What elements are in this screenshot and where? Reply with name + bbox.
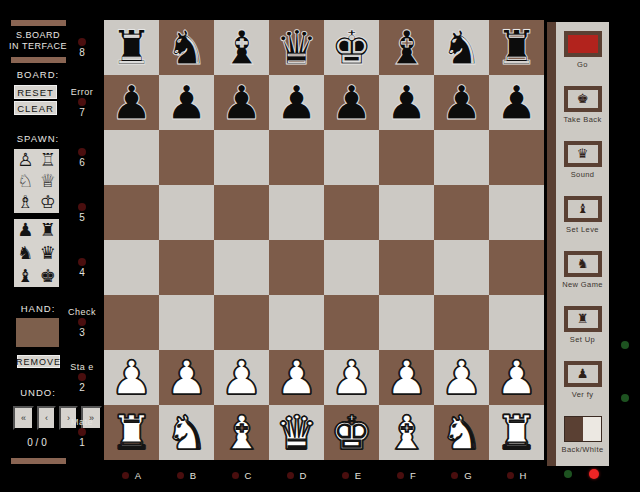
rank-indicator-5: 5 [60, 185, 104, 240]
file-letter: E [355, 470, 361, 481]
rank-number: 4 [79, 267, 85, 278]
file-indicator-d: D [269, 467, 324, 483]
square-h7[interactable]: ♟ [489, 75, 544, 130]
square-a4[interactable] [104, 240, 159, 295]
pawn-icon: ♟ [564, 361, 602, 387]
rank-number: 8 [79, 47, 85, 58]
remove-button[interactable]: REMOVE [17, 355, 60, 368]
square-b5[interactable] [159, 185, 214, 240]
pawn-glyph-icon: ♟ [577, 367, 589, 380]
spawn-black-knight[interactable]: ♞ [14, 242, 37, 265]
panel-button-label: Ver fy [572, 390, 594, 399]
bishop-icon: ♝ [564, 196, 602, 222]
square-e3[interactable] [324, 295, 379, 350]
half-dark-light-square-icon [564, 416, 602, 442]
black-rook[interactable]: ♜ [110, 20, 152, 75]
square-b4[interactable] [159, 240, 214, 295]
set-leve-button[interactable]: ♝Set Leve [556, 187, 609, 242]
square-g1[interactable]: ♞ [434, 405, 489, 460]
rank-led [78, 38, 86, 46]
sboard-interface-app: S.BOARD IN TERFACE BOARD: RESET CLEAR SP… [0, 0, 640, 492]
square-h4[interactable] [489, 240, 544, 295]
panel-button-label: Go [577, 60, 588, 69]
square-f6[interactable] [379, 130, 434, 185]
square-g2[interactable]: ♟ [434, 350, 489, 405]
file-letter: A [135, 470, 141, 481]
bottom-power-led [589, 469, 599, 479]
file-indicator-f: F [379, 467, 434, 483]
spawn-white-knight[interactable]: ♘ [14, 170, 37, 191]
undo-controls: «‹›» [13, 406, 62, 430]
rank-indicator-1: Mate1 [60, 405, 104, 460]
square-a3[interactable] [104, 295, 159, 350]
black-bishop[interactable]: ♝ [385, 20, 427, 75]
square-g6[interactable] [434, 130, 489, 185]
spawn-palette-black: ♟♜♞♛♝♚ [14, 219, 59, 287]
file-letter: D [300, 470, 307, 481]
panel-button-label: Set Leve [566, 225, 599, 234]
spawn-black-queen[interactable]: ♛ [37, 242, 60, 265]
square-h2[interactable]: ♟ [489, 350, 544, 405]
rank-number: 3 [79, 327, 85, 338]
square-b8[interactable]: ♞ [159, 20, 214, 75]
file-led [507, 472, 514, 479]
rank-number: 7 [79, 107, 85, 118]
square-e6[interactable] [324, 130, 379, 185]
black-pawn[interactable]: ♟ [165, 75, 207, 130]
rook-icon: ♜ [564, 306, 602, 332]
file-letter: C [245, 470, 252, 481]
square-a7[interactable]: ♟ [104, 75, 159, 130]
rank-word-label: Sta e [70, 362, 94, 372]
square-e2[interactable]: ♟ [324, 350, 379, 405]
file-led [451, 472, 458, 479]
white-knight[interactable]: ♞ [440, 405, 482, 460]
spawn-black-king[interactable]: ♚ [37, 264, 60, 287]
rank-indicator-3: Check3 [60, 295, 104, 350]
rook-glyph-icon: ♜ [577, 312, 589, 325]
spawn-white-rook[interactable]: ♖ [37, 149, 60, 170]
white-pawn[interactable]: ♟ [440, 350, 482, 405]
square-h1[interactable]: ♜ [489, 405, 544, 460]
square-g3[interactable] [434, 295, 489, 350]
file-letter: F [410, 470, 416, 481]
square-e7[interactable]: ♟ [324, 75, 379, 130]
square-b7[interactable]: ♟ [159, 75, 214, 130]
black-pawn[interactable]: ♟ [385, 75, 427, 130]
file-led [232, 472, 239, 479]
sound-button[interactable]: ♛Sound [556, 132, 609, 187]
file-letter: G [464, 470, 471, 481]
file-indicator-b: B [159, 467, 214, 483]
rank-number: 6 [79, 157, 85, 168]
set-up-button[interactable]: ♜Set Up [556, 297, 609, 352]
king-glyph-icon: ♚ [577, 92, 589, 105]
queen-icon: ♛ [564, 141, 602, 167]
rank-led [78, 258, 86, 266]
white-pawn[interactable]: ♟ [385, 350, 427, 405]
undo-step-back-button[interactable]: ‹ [37, 406, 56, 430]
bottom-green-led [564, 470, 572, 478]
file-letter: H [520, 470, 527, 481]
file-indicator-h: H [489, 467, 544, 483]
white-rook[interactable]: ♜ [495, 405, 537, 460]
black-queen[interactable]: ♛ [275, 20, 317, 75]
rank-indicator-2: Sta e2 [60, 350, 104, 405]
spawn-black-pawn[interactable]: ♟ [14, 219, 37, 242]
black-pawn[interactable]: ♟ [110, 75, 152, 130]
square-d5[interactable] [269, 185, 324, 240]
white-pawn[interactable]: ♟ [220, 350, 262, 405]
white-bishop[interactable]: ♝ [385, 405, 427, 460]
hand-slot[interactable] [16, 318, 59, 347]
square-c6[interactable] [214, 130, 269, 185]
square-f8[interactable]: ♝ [379, 20, 434, 75]
file-led [177, 472, 184, 479]
go-button[interactable]: Go [556, 22, 609, 77]
black-bishop[interactable]: ♝ [220, 20, 262, 75]
square-e4[interactable] [324, 240, 379, 295]
rank-led [78, 318, 86, 326]
square-c2[interactable]: ♟ [214, 350, 269, 405]
file-led [287, 472, 294, 479]
black-pawn[interactable]: ♟ [440, 75, 482, 130]
square-h8[interactable]: ♜ [489, 20, 544, 75]
right-status-led-lower [621, 394, 629, 402]
panel-button-label: Back/White [562, 445, 604, 454]
square-a8[interactable]: ♜ [104, 20, 159, 75]
square-g7[interactable]: ♟ [434, 75, 489, 130]
sidebar-bottom-bar [11, 458, 66, 464]
file-indicator-g: G [434, 467, 489, 483]
sidebar-top-bar [11, 20, 66, 26]
spawn-white-pawn[interactable]: ♙ [14, 149, 37, 170]
rank-number: 5 [79, 212, 85, 223]
panel-button-label: New Game [562, 280, 603, 289]
rank-indicator-8: 8 [60, 20, 104, 75]
queen-glyph-icon: ♛ [577, 147, 589, 160]
square-c1[interactable]: ♝ [214, 405, 269, 460]
square-d2[interactable]: ♟ [269, 350, 324, 405]
square-c4[interactable] [214, 240, 269, 295]
white-pawn[interactable]: ♟ [110, 350, 152, 405]
rank-number: 1 [79, 437, 85, 448]
knight-glyph-icon: ♞ [577, 257, 589, 270]
square-f5[interactable] [379, 185, 434, 240]
rank-led [78, 428, 86, 436]
black-king[interactable]: ♚ [330, 20, 372, 75]
sidebar-divider-bar [11, 57, 66, 63]
square-f2[interactable]: ♟ [379, 350, 434, 405]
square-a2[interactable]: ♟ [104, 350, 159, 405]
square-f3[interactable] [379, 295, 434, 350]
square-d3[interactable] [269, 295, 324, 350]
bishop-glyph-icon: ♝ [577, 202, 589, 215]
rank-led [78, 98, 86, 106]
panel-button-label: Sound [571, 170, 595, 179]
reset-button[interactable]: RESET [14, 85, 57, 99]
white-pawn[interactable]: ♟ [165, 350, 207, 405]
white-knight[interactable]: ♞ [165, 405, 207, 460]
back-white-button[interactable]: Back/White [556, 407, 609, 462]
square-c3[interactable] [214, 295, 269, 350]
white-queen[interactable]: ♛ [275, 405, 317, 460]
file-led [397, 472, 404, 479]
square-g4[interactable] [434, 240, 489, 295]
new-game-button[interactable]: ♞New Game [556, 242, 609, 297]
white-pawn[interactable]: ♟ [275, 350, 317, 405]
square-a5[interactable] [104, 185, 159, 240]
square-h5[interactable] [489, 185, 544, 240]
rank-word-label: Mate [71, 417, 93, 427]
square-b3[interactable] [159, 295, 214, 350]
file-indicator-a: A [104, 467, 159, 483]
file-letter: B [190, 470, 196, 481]
square-h3[interactable] [489, 295, 544, 350]
file-indicator-e: E [324, 467, 379, 483]
take-back-button[interactable]: ♚Take Back [556, 77, 609, 132]
square-a1[interactable]: ♜ [104, 405, 159, 460]
square-d7[interactable]: ♟ [269, 75, 324, 130]
square-c8[interactable]: ♝ [214, 20, 269, 75]
rank-indicator-7: Error7 [60, 75, 104, 130]
rank-number: 2 [79, 382, 85, 393]
square-e1[interactable]: ♚ [324, 405, 379, 460]
spawn-white-king[interactable]: ♔ [37, 192, 60, 213]
square-d4[interactable] [269, 240, 324, 295]
ver-fy-button[interactable]: ♟Ver fy [556, 352, 609, 407]
spawn-black-rook[interactable]: ♜ [37, 219, 60, 242]
square-c7[interactable]: ♟ [214, 75, 269, 130]
square-f7[interactable]: ♟ [379, 75, 434, 130]
black-pawn[interactable]: ♟ [275, 75, 317, 130]
spawn-white-bishop[interactable]: ♗ [14, 192, 37, 213]
black-pawn[interactable]: ♟ [220, 75, 262, 130]
white-pawn[interactable]: ♟ [495, 350, 537, 405]
square-c5[interactable] [214, 185, 269, 240]
rank-led [78, 373, 86, 381]
black-rook[interactable]: ♜ [495, 20, 537, 75]
square-f4[interactable] [379, 240, 434, 295]
white-king[interactable]: ♚ [330, 405, 372, 460]
rank-word-label: Error [71, 87, 94, 97]
square-d6[interactable] [269, 130, 324, 185]
spawn-palette-white: ♙♖♘♕♗♔ [14, 149, 59, 213]
spawn-black-bishop[interactable]: ♝ [14, 264, 37, 287]
black-knight[interactable]: ♞ [440, 20, 482, 75]
square-b1[interactable]: ♞ [159, 405, 214, 460]
rank-indicator-6: 6 [60, 130, 104, 185]
square-e8[interactable]: ♚ [324, 20, 379, 75]
panel-button-label: Take Back [563, 115, 601, 124]
rank-led [78, 203, 86, 211]
black-pawn[interactable]: ♟ [330, 75, 372, 130]
right-status-led-upper [621, 341, 629, 349]
spawn-white-queen[interactable]: ♕ [37, 170, 60, 191]
file-led [342, 472, 349, 479]
white-pawn[interactable]: ♟ [330, 350, 372, 405]
clear-button[interactable]: CLEAR [14, 101, 57, 115]
square-b6[interactable] [159, 130, 214, 185]
chess-board: ♜♞♝♛♚♝♞♜♟♟♟♟♟♟♟♟♟♟♟♟♟♟♟♟♜♞♝♛♚♝♞♜ [104, 20, 544, 460]
control-panel: Go♚Take Back♛Sound♝Set Leve♞New Game♜Set… [547, 22, 609, 466]
knight-icon: ♞ [564, 251, 602, 277]
white-bishop[interactable]: ♝ [220, 405, 262, 460]
square-b2[interactable]: ♟ [159, 350, 214, 405]
king-icon: ♚ [564, 86, 602, 112]
go-red-square-icon [564, 31, 602, 57]
rank-indicator-4: 4 [60, 240, 104, 295]
undo-rewind-button[interactable]: « [13, 406, 34, 430]
black-knight[interactable]: ♞ [165, 20, 207, 75]
square-f1[interactable]: ♝ [379, 405, 434, 460]
rank-word-label: Check [68, 307, 96, 317]
white-rook[interactable]: ♜ [110, 405, 152, 460]
square-h6[interactable] [489, 130, 544, 185]
file-led [122, 472, 129, 479]
black-pawn[interactable]: ♟ [495, 75, 537, 130]
square-g8[interactable]: ♞ [434, 20, 489, 75]
square-g5[interactable] [434, 185, 489, 240]
square-d1[interactable]: ♛ [269, 405, 324, 460]
square-d8[interactable]: ♛ [269, 20, 324, 75]
file-indicator-c: C [214, 467, 269, 483]
square-e5[interactable] [324, 185, 379, 240]
square-a6[interactable] [104, 130, 159, 185]
rank-led [78, 148, 86, 156]
panel-button-label: Set Up [570, 335, 595, 344]
